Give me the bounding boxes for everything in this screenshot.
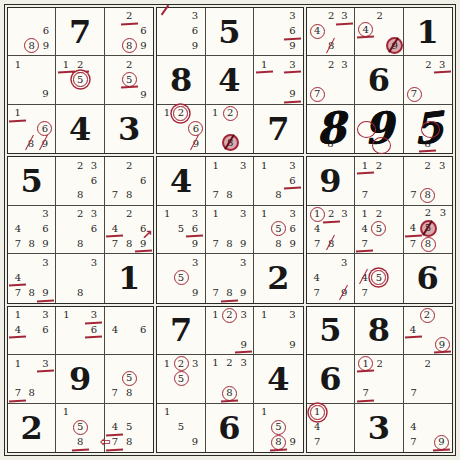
pencilmarks: 1346 [11, 308, 52, 352]
cell-r8c3[interactable]: 578 [105, 355, 153, 403]
candidate-9: 9 [286, 88, 299, 101]
candidate-1: 1 [258, 406, 271, 419]
candidate-6: 6 [286, 25, 299, 38]
cell-r4c5[interactable]: 1378 [206, 157, 254, 205]
candidate-5: 5 [271, 420, 286, 435]
candidate-4: 4 [108, 323, 121, 336]
candidate-1: 1 [11, 309, 24, 322]
pencilmarks: 147 [310, 405, 351, 450]
candidate-9: 9 [237, 237, 250, 250]
pencilmarks: 369 [257, 9, 299, 53]
candidate-7: 7 [358, 287, 371, 300]
candidate-1: 1 [258, 309, 271, 322]
given-digit: 4 [206, 56, 253, 103]
cell-r1c1[interactable]: 689 [8, 8, 56, 56]
pencilmarks: 127 [358, 158, 399, 202]
cell-r6c5[interactable]: 3789 [206, 254, 254, 302]
candidate-7: 7 [311, 237, 324, 250]
candidate-3: 3 [39, 208, 52, 221]
cell-r6c2[interactable]: 38 [56, 254, 104, 302]
cell-r6c1[interactable]: 34789 [8, 254, 56, 302]
candidate-4: 4 [358, 271, 371, 284]
candidate-2: 2 [74, 208, 87, 221]
candidate-7: 7 [11, 287, 24, 300]
given-digit: 6 [307, 355, 354, 402]
candidate-5: 5 [123, 421, 136, 434]
cell-r2c7[interactable]: 237 [307, 56, 355, 104]
candidate-7: 7 [108, 237, 121, 250]
cell-r8c4[interactable]: 1235 [157, 355, 205, 403]
candidate-3: 3 [338, 256, 351, 269]
annotation-arrow-left: ⇦ [100, 435, 111, 448]
candidate-8: 8 [123, 387, 136, 400]
candidate-8: 8 [74, 237, 87, 250]
cell-r4c1[interactable]: 5 [8, 157, 56, 205]
cell-r8c2[interactable]: 9 [56, 355, 104, 403]
candidate-1: 1 [11, 107, 24, 120]
candidate-3: 3 [189, 256, 202, 269]
candidate-1: 1 [160, 357, 173, 370]
candidate-3: 3 [87, 256, 100, 269]
candidate-3: 3 [87, 309, 100, 322]
candidate-9: 9 [39, 287, 52, 300]
cell-r9c2[interactable]: 158 [56, 404, 104, 452]
candidate-2: 2 [174, 356, 189, 371]
pencilmarks: 2368 [59, 207, 100, 251]
annotation-arrow-up-right: ↗ [142, 228, 153, 241]
candidate-9: 9 [435, 337, 450, 352]
cell-r1c9[interactable]: 1 [404, 8, 452, 56]
candidate-3: 3 [39, 256, 52, 269]
candidate-9: 9 [38, 137, 51, 150]
candidate-6: 6 [39, 25, 52, 38]
candidate-1: 1 [310, 405, 325, 420]
candidate-8: 8 [222, 386, 237, 401]
pencilmarks: 1589 [257, 405, 299, 450]
pencilmarks: 578 [108, 356, 150, 400]
pencilmarks: 359 [160, 255, 201, 300]
cell-r2c9[interactable]: 237 [404, 56, 452, 104]
pencilmarks: 689 [11, 9, 52, 53]
candidate-3: 3 [286, 159, 299, 172]
pencilmarks: 139 [257, 308, 299, 352]
candidate-8: 8 [25, 387, 38, 400]
cell-r1c8[interactable]: 249 [355, 8, 403, 56]
cell-r7c9[interactable]: 249 [404, 307, 452, 355]
cell-r3c5[interactable]: 128 [206, 105, 254, 153]
cell-r9c8[interactable]: 3 [355, 404, 403, 452]
candidate-4: 4 [310, 271, 323, 284]
candidate-7: 7 [209, 237, 222, 250]
pencilmarks: 1689 [11, 106, 52, 151]
candidate-6: 6 [137, 323, 150, 336]
cell-r6c9[interactable]: 6 [404, 254, 452, 302]
cell-r6c7[interactable]: 3479 [307, 254, 355, 302]
candidate-4: 4 [11, 222, 24, 235]
candidate-7: 7 [407, 87, 422, 102]
candidate-1: 1 [60, 58, 73, 71]
given-digit: 6 [206, 404, 253, 452]
candidate-9: 9 [188, 436, 201, 449]
pencilmarks: 249 [407, 308, 449, 352]
pencilmarks: 2678 [108, 158, 150, 202]
sudoku-board: 6897268919125259168943369536984139126912… [4, 4, 456, 456]
pencilmarks: 38 [59, 255, 100, 300]
candidate-9: 9 [338, 287, 351, 300]
cell-r3c3[interactable]: 3 [105, 105, 153, 153]
cell-r8c1[interactable]: 1378 [8, 355, 56, 403]
cell-r5c6[interactable]: 135689 [254, 206, 302, 254]
candidate-8: 8 [24, 137, 37, 150]
pencilmarks: 237 [407, 57, 449, 101]
candidate-5: 5 [175, 222, 188, 235]
cell-r7c7[interactable]: 5 [307, 307, 355, 355]
pencilmarks: 3789 [209, 255, 250, 300]
cell-r3c1[interactable]: 1689 [8, 105, 56, 153]
candidate-3: 3 [237, 159, 250, 172]
cell-r4c9[interactable]: 2378 [404, 157, 452, 205]
given-digit: 8 [157, 56, 204, 103]
candidate-9: 9 [286, 40, 299, 53]
candidate-8: 8 [421, 237, 436, 252]
candidate-1: 1 [160, 107, 173, 120]
candidate-1: 1 [60, 309, 73, 322]
pencilmarks: 234578 [407, 207, 449, 251]
candidate-2: 2 [325, 58, 338, 71]
cell-r8c9[interactable]: 27 [404, 355, 452, 403]
pencilmarks: 123478 [310, 207, 351, 251]
candidate-3: 3 [338, 10, 351, 23]
cell-r2c2[interactable]: 125 [56, 56, 104, 104]
pencilmarks: 1269 [160, 106, 201, 151]
candidate-6: 6 [188, 222, 201, 235]
cell-r8c5[interactable]: 1238 [206, 355, 254, 403]
given-digit: 1 [105, 254, 153, 302]
pencilmarks: 3479 [310, 255, 351, 300]
cell-r5c7[interactable]: 123478 [307, 206, 355, 254]
candidate-6: 6 [39, 323, 52, 336]
cell-r9c4[interactable]: 159 [157, 404, 205, 452]
pencilmarks: 1235 [160, 356, 201, 400]
candidate-9: 9 [137, 39, 150, 52]
cell-r4c2[interactable]: 2368 [56, 157, 104, 205]
candidate-3: 3 [39, 309, 52, 322]
candidate-9: 9 [286, 436, 299, 449]
candidate-8: 8 [272, 237, 285, 250]
cell-r3c8[interactable]: 9 [355, 105, 403, 153]
candidate-1: 1 [358, 208, 371, 221]
candidate-6: 6 [87, 174, 100, 187]
cell-r4c8[interactable]: 127 [355, 157, 403, 205]
cell-r7c1[interactable]: 1346 [8, 307, 56, 355]
cell-r3c4[interactable]: 1269 [157, 105, 205, 153]
cell-r5c4[interactable]: 13569 [157, 206, 205, 254]
pencilmarks: 457 [358, 255, 399, 300]
pencilmarks: 346789 [11, 207, 52, 251]
pencilmarks: 2368 [59, 158, 100, 202]
given-digit: 3 [355, 404, 402, 452]
cell-r6c6[interactable]: 2 [254, 254, 302, 302]
candidate-1: 1 [60, 406, 73, 419]
cell-r3c2[interactable]: 4 [56, 105, 104, 153]
candidate-9: 9 [137, 88, 150, 101]
pencilmarks: 259 [108, 57, 150, 101]
given-digit: 6 [404, 254, 452, 302]
pencilmarks: 1238 [209, 356, 250, 400]
cell-r1c6[interactable]: 369 [254, 8, 302, 56]
cell-r7c4[interactable]: 7 [157, 307, 205, 355]
candidate-5: 5 [174, 371, 189, 386]
candidate-6: 6 [87, 323, 100, 336]
candidate-4: 4 [358, 222, 371, 235]
candidate-8: 8 [123, 436, 136, 449]
candidate-9: 9 [434, 435, 449, 450]
candidate-8: 8 [25, 237, 38, 250]
candidate-7: 7 [11, 387, 24, 400]
cell-r7c2[interactable]: 136 [56, 307, 104, 355]
candidate-3: 3 [286, 309, 299, 322]
candidate-5: 5 [420, 220, 437, 237]
given-digit: 4 [157, 157, 204, 204]
candidate-5: 5 [371, 221, 386, 236]
cell-r2c5[interactable]: 4 [206, 56, 254, 104]
pencilmarks: 128 [209, 106, 250, 151]
candidate-7: 7 [358, 237, 371, 250]
box-9: 582496127271473479 [306, 306, 453, 453]
cell-r2c3[interactable]: 259 [105, 56, 153, 104]
candidate-3: 3 [189, 357, 202, 370]
candidate-1: 1 [209, 159, 222, 172]
box-1: 6897268919125259168943 [7, 7, 154, 154]
candidate-8: 8 [123, 189, 136, 202]
candidate-1: 1 [358, 356, 373, 371]
cell-r5c9[interactable]: 234578 [404, 206, 452, 254]
cell-r5c2[interactable]: 2368 [56, 206, 104, 254]
cell-r9c1[interactable]: 2 [8, 404, 56, 452]
candidate-8: 8 [420, 188, 435, 203]
candidate-7: 7 [108, 189, 121, 202]
candidate-4: 4 [108, 421, 121, 434]
cell-r7c8[interactable]: 8 [355, 307, 403, 355]
candidate-8: 8 [74, 287, 87, 300]
box-2: 36953698413912691287 [156, 7, 303, 154]
candidate-7: 7 [359, 387, 372, 400]
cell-r2c1[interactable]: 19 [8, 56, 56, 104]
cell-r8c7[interactable]: 6 [307, 355, 355, 403]
cell-r1c5[interactable]: 5 [206, 8, 254, 56]
cell-r8c8[interactable]: 127 [355, 355, 403, 403]
candidate-1: 1 [359, 159, 372, 172]
candidate-4: 4 [407, 222, 420, 235]
cell-r1c4[interactable]: 369 [157, 8, 205, 56]
candidate-4: 4 [358, 22, 373, 37]
candidate-7: 7 [359, 189, 372, 202]
candidate-5: 5 [371, 270, 386, 285]
candidate-8: 8 [325, 40, 338, 53]
candidate-4: 4 [311, 421, 324, 434]
candidate-6: 6 [37, 121, 52, 136]
candidate-2: 2 [372, 208, 385, 221]
candidate-3: 3 [237, 309, 250, 322]
cell-r9c3[interactable]: 4578⇦ [105, 404, 153, 452]
candidate-6: 6 [137, 25, 150, 38]
candidate-2: 2 [123, 10, 136, 23]
pencilmarks: 1378 [11, 356, 52, 400]
cell-r5c8[interactable]: 12457 [355, 206, 403, 254]
cell-r5c5[interactable]: 13789 [206, 206, 254, 254]
candidate-4: 4 [311, 223, 324, 236]
candidate-5: 5 [271, 221, 286, 236]
candidate-6: 6 [137, 174, 150, 187]
candidate-6: 6 [87, 222, 100, 235]
cell-r9c6[interactable]: 1589 [254, 404, 302, 452]
candidate-7: 7 [407, 238, 420, 251]
candidate-2: 2 [222, 308, 237, 323]
given-digit: 4 [254, 355, 302, 402]
candidate-7: 7 [11, 237, 24, 250]
candidate-2: 2 [421, 159, 434, 172]
box-8: 7123913912351238415961589 [156, 306, 303, 453]
candidate-4: 4 [108, 222, 121, 235]
candidate-9: 9 [39, 237, 52, 250]
pencilmarks: 125 [59, 57, 100, 101]
cell-r1c7[interactable]: 2348 [307, 8, 355, 56]
candidate-2: 2 [372, 159, 385, 172]
candidate-2: 2 [421, 357, 434, 370]
cell-r2c4[interactable]: 8 [157, 56, 205, 104]
cell-r7c5[interactable]: 1239 [206, 307, 254, 355]
candidate-4: 4 [11, 323, 24, 336]
candidate-3: 3 [437, 207, 450, 220]
candidate-8: 8 [272, 189, 285, 202]
cell-r1c3[interactable]: 2689 [105, 8, 153, 56]
candidate-5: 5 [175, 421, 188, 434]
candidate-3: 3 [436, 58, 449, 71]
pencilmarks: 158 [59, 405, 100, 450]
given-digit: 3 [105, 105, 153, 153]
cell-r7c6[interactable]: 139 [254, 307, 302, 355]
candidate-3: 3 [188, 208, 201, 221]
pencilmarks: 27 [407, 356, 449, 400]
candidate-8: 8 [24, 38, 39, 53]
pencilmarks: 139 [257, 57, 299, 101]
candidate-4: 4 [407, 421, 420, 434]
pencilmarks: 369 [160, 9, 201, 53]
cell-r5c3[interactable]: 246789↗ [105, 206, 153, 254]
annotation-red-ring [357, 121, 376, 138]
cell-r9c5[interactable]: 6 [206, 404, 254, 452]
candidate-3: 3 [87, 159, 100, 172]
candidate-7: 7 [108, 387, 121, 400]
pencilmarks: 12457 [358, 207, 399, 251]
candidate-9: 9 [188, 40, 201, 53]
cell-r4c7[interactable]: 9 [307, 157, 355, 205]
cell-r9c9[interactable]: 479 [404, 404, 452, 452]
cell-r9c7[interactable]: 147 [307, 404, 355, 452]
candidate-7: 7 [310, 87, 325, 102]
cell-r4c4[interactable]: 4 [157, 157, 205, 205]
candidate-9: 9 [189, 137, 202, 150]
cell-r3c9[interactable]: 85 [404, 105, 452, 153]
candidate-2: 2 [123, 58, 136, 71]
cell-r6c4[interactable]: 359 [157, 254, 205, 302]
candidate-2: 2 [123, 159, 136, 172]
cell-r4c3[interactable]: 2678 [105, 157, 153, 205]
candidate-6: 6 [188, 121, 203, 136]
candidate-6: 6 [286, 174, 299, 187]
cell-r3c7[interactable]: 88 [307, 105, 355, 153]
cell-r1c2[interactable]: 7 [56, 8, 104, 56]
candidate-1: 1 [11, 357, 24, 370]
candidate-6: 6 [39, 222, 52, 235]
candidate-3: 3 [286, 10, 299, 23]
candidate-2: 2 [74, 58, 87, 71]
candidate-9: 9 [237, 287, 250, 300]
candidate-1: 1 [209, 357, 222, 370]
candidate-1: 1 [161, 406, 174, 419]
cell-r4c6[interactable]: 1368 [254, 157, 302, 205]
pencilmarks: 479 [407, 405, 449, 450]
candidate-2: 2 [420, 308, 435, 323]
candidate-5: 5 [174, 270, 189, 285]
candidate-6: 6 [286, 222, 299, 235]
candidate-3: 3 [286, 208, 299, 221]
candidate-2: 2 [422, 58, 435, 71]
candidate-4: 4 [407, 323, 420, 336]
candidate-8: 8 [123, 237, 136, 250]
pencilmarks: 34789 [11, 255, 52, 300]
candidate-8: 8 [74, 436, 87, 449]
pencilmarks: 2348 [310, 9, 351, 53]
candidate-8: 8 [223, 287, 236, 300]
cell-r3c6[interactable]: 7 [254, 105, 302, 153]
candidate-3: 3 [237, 256, 250, 269]
cell-r6c8[interactable]: 457 [355, 254, 403, 302]
candidate-1: 1 [11, 58, 24, 71]
cell-r6c3[interactable]: 1 [105, 254, 153, 302]
candidate-7: 7 [407, 436, 420, 449]
given-digit: 9 [307, 157, 354, 204]
given-digit: 5 [206, 8, 253, 55]
pencilmarks: 135689 [257, 207, 299, 251]
cell-r7c3[interactable]: 46 [105, 307, 153, 355]
candidate-1: 1 [209, 309, 222, 322]
candidate-1: 1 [209, 107, 222, 120]
cell-r5c1[interactable]: 346789 [8, 206, 56, 254]
candidate-8: 8 [223, 189, 236, 202]
box-7: 1346136461378957821584578⇦ [7, 306, 154, 453]
cell-r2c6[interactable]: 139 [254, 56, 302, 104]
cell-r2c8[interactable]: 6 [355, 56, 403, 104]
candidate-2: 2 [173, 106, 188, 121]
candidate-4: 4 [310, 24, 325, 39]
candidate-1: 1 [209, 208, 222, 221]
candidate-2: 2 [223, 357, 236, 370]
given-digit: 7 [157, 307, 204, 354]
pencilmarks: 136 [59, 308, 100, 352]
candidate-8: 8 [74, 189, 87, 202]
candidate-4: 4 [11, 271, 24, 284]
candidate-2: 2 [74, 159, 87, 172]
pencilmarks: 2689 [108, 9, 150, 53]
candidate-9: 9 [286, 237, 299, 250]
box-3: 23482491237623788985 [306, 7, 453, 154]
cell-r8c6[interactable]: 4 [254, 355, 302, 403]
given-digit: 8 [355, 307, 402, 354]
candidate-9: 9 [386, 37, 403, 54]
candidate-7: 7 [407, 387, 420, 400]
candidate-8: 8 [222, 134, 239, 151]
